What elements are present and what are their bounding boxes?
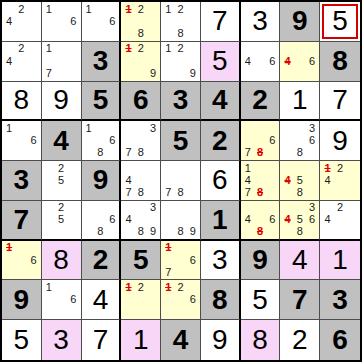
candidate-6: 6 — [306, 214, 318, 226]
cell-r6c1[interactable]: 7 — [2, 201, 42, 241]
candidate-grid: 458 — [281, 162, 318, 199]
candidate-grid: 16 — [43, 3, 80, 40]
cell-value: 6 — [332, 326, 348, 354]
cell-r6c2[interactable]: 25 — [42, 201, 82, 241]
cell-r3c1[interactable]: 8 — [2, 82, 42, 122]
candidate-grid: 128 — [162, 3, 199, 40]
cell-r2c9[interactable]: 8 — [320, 42, 360, 82]
candidate-6: 6 — [28, 254, 40, 266]
candidate-5: 5 — [55, 174, 67, 186]
candidate-grid: 678 — [242, 122, 279, 159]
cell-r2c1[interactable]: 24 — [2, 42, 42, 82]
cell-r3c4[interactable]: 6 — [121, 82, 161, 122]
cell-r8c5[interactable]: 126 — [161, 280, 201, 320]
candidate-grid: 16 — [83, 3, 119, 40]
cell-value: 3 — [173, 86, 189, 114]
cell-r4c6[interactable]: 2 — [201, 121, 241, 161]
cell-value: 6 — [212, 166, 228, 194]
candidate-6: 6 — [266, 135, 278, 147]
candidate-9: 9 — [187, 226, 199, 238]
candidate-6: 6 — [187, 254, 199, 266]
candidate-1: 1 — [43, 43, 55, 55]
cell-r5c4[interactable]: 478 — [121, 161, 161, 201]
candidate-7: 7 — [162, 187, 174, 199]
cell-r3c8[interactable]: 1 — [280, 82, 320, 122]
cell-r8c2[interactable]: 16 — [42, 280, 82, 320]
candidate-4: 4 — [281, 55, 293, 67]
candidate-1: 1 — [122, 281, 134, 293]
candidate-grid: 16 — [43, 281, 80, 318]
cell-value: 9 — [332, 127, 348, 155]
candidate-grid: 24 — [3, 3, 40, 40]
candidate-grid: 124 — [321, 162, 359, 199]
candidate-grid: 46 — [281, 43, 318, 80]
candidate-grid: 17 — [43, 43, 80, 80]
candidate-8: 8 — [94, 147, 106, 159]
candidate-6: 6 — [106, 15, 118, 27]
cell-r7c9[interactable]: 1 — [320, 241, 360, 281]
cell-value: 9 — [14, 286, 30, 314]
candidate-1: 1 — [242, 162, 254, 174]
candidate-4: 4 — [281, 214, 293, 226]
candidate-grid: 3489 — [122, 202, 159, 238]
cell-r1c6[interactable]: 7 — [201, 2, 241, 42]
cell-r6c7[interactable]: 468 — [241, 201, 281, 241]
cell-value: 8 — [252, 326, 268, 354]
candidate-6: 6 — [306, 135, 318, 147]
candidate-2: 2 — [174, 281, 186, 293]
cell-value: 4 — [173, 326, 189, 354]
cell-r9c1[interactable]: 5 — [2, 320, 42, 360]
candidate-7: 7 — [242, 147, 254, 159]
candidate-1: 1 — [162, 242, 174, 254]
cell-r6c3[interactable]: 68 — [82, 201, 122, 241]
cell-r1c8[interactable]: 9 — [280, 2, 320, 42]
cell-r4c9[interactable]: 9 — [320, 121, 360, 161]
cell-value: 3 — [14, 166, 30, 194]
cell-r8c6[interactable]: 8 — [201, 280, 241, 320]
cell-r2c2[interactable]: 17 — [42, 42, 82, 82]
cell-value: 3 — [212, 246, 228, 274]
cell-r5c8[interactable]: 458 — [280, 161, 320, 201]
cell-value: 4 — [292, 246, 308, 274]
candidate-3: 3 — [306, 122, 318, 134]
candidate-5: 5 — [294, 214, 306, 226]
candidate-6: 6 — [67, 294, 79, 306]
candidate-2: 2 — [174, 43, 186, 55]
candidate-grid: 129 — [162, 43, 199, 80]
candidate-4: 4 — [3, 55, 15, 67]
cell-value: 1 — [212, 206, 228, 234]
cell-r3c6[interactable]: 4 — [201, 82, 241, 122]
candidate-grid: 16 — [3, 242, 40, 279]
candidate-9: 9 — [147, 67, 159, 79]
candidate-6: 6 — [306, 55, 318, 67]
candidate-1: 1 — [162, 281, 174, 293]
cell-r7c1[interactable]: 16 — [2, 241, 42, 281]
candidate-grid: 89 — [162, 202, 199, 238]
cell-value: 7 — [292, 286, 308, 314]
candidate-5: 5 — [55, 214, 67, 226]
candidate-grid: 129 — [122, 43, 159, 80]
cell-r6c4[interactable]: 3489 — [121, 201, 161, 241]
candidate-7: 7 — [242, 187, 254, 199]
cell-r9c3[interactable]: 7 — [82, 320, 122, 360]
cell-r3c9[interactable]: 7 — [320, 82, 360, 122]
cell-r5c2[interactable]: 25 — [42, 161, 82, 201]
cell-r8c4[interactable]: 12 — [121, 280, 161, 320]
cell-r3c7[interactable]: 2 — [241, 82, 281, 122]
candidate-1: 1 — [122, 3, 134, 15]
cell-value: 8 — [14, 86, 30, 114]
cell-r5c5[interactable]: 78 — [161, 161, 201, 201]
candidate-2: 2 — [135, 43, 147, 55]
cell-r1c3[interactable]: 16 — [82, 2, 122, 42]
cell-r9c8[interactable]: 2 — [280, 320, 320, 360]
cell-r4c7[interactable]: 678 — [241, 121, 281, 161]
candidate-8: 8 — [174, 28, 186, 40]
candidate-grid: 25 — [43, 202, 80, 238]
candidate-1: 1 — [162, 43, 174, 55]
cell-value: 8 — [332, 47, 348, 75]
candidate-2: 2 — [135, 281, 147, 293]
cell-r2c4[interactable]: 129 — [121, 42, 161, 82]
cell-r2c6[interactable]: 5 — [201, 42, 241, 82]
candidate-1: 1 — [83, 122, 95, 134]
candidate-1: 1 — [122, 43, 134, 55]
cell-r7c7[interactable]: 9 — [241, 241, 281, 281]
candidate-6: 6 — [67, 15, 79, 27]
cell-r4c2[interactable]: 4 — [42, 121, 82, 161]
cell-r5c9[interactable]: 124 — [320, 161, 360, 201]
candidate-8: 8 — [174, 226, 186, 238]
cell-r1c2[interactable]: 16 — [42, 2, 82, 42]
candidate-8: 8 — [254, 226, 266, 238]
cell-r6c8[interactable]: 34568 — [280, 201, 320, 241]
candidate-6: 6 — [106, 135, 118, 147]
candidate-6: 6 — [266, 214, 278, 226]
cell-value: 1 — [133, 326, 149, 354]
candidate-3: 3 — [147, 122, 159, 134]
candidate-8: 8 — [294, 147, 306, 159]
cell-r1c1[interactable]: 24 — [2, 2, 42, 42]
cell-r8c8[interactable]: 7 — [280, 280, 320, 320]
cell-value: 9 — [93, 166, 109, 194]
candidate-4: 4 — [321, 174, 334, 186]
candidate-grid: 368 — [281, 122, 318, 159]
candidate-grid: 12 — [122, 281, 159, 318]
cell-r3c2[interactable]: 9 — [42, 82, 82, 122]
candidate-8: 8 — [135, 187, 147, 199]
candidate-4: 4 — [321, 214, 334, 226]
cell-value: 8 — [212, 286, 228, 314]
cell-value: 5 — [252, 286, 268, 314]
cell-r2c8[interactable]: 46 — [280, 42, 320, 82]
cell-r8c7[interactable]: 5 — [241, 280, 281, 320]
cell-value: 5 — [173, 127, 189, 155]
cell-r5c1[interactable]: 3 — [2, 161, 42, 201]
cell-value: 3 — [252, 7, 268, 35]
candidate-7: 7 — [122, 187, 134, 199]
candidate-8: 8 — [135, 226, 147, 238]
candidate-4: 4 — [242, 174, 254, 186]
cell-r6c6[interactable]: 1 — [201, 201, 241, 241]
cell-value: 3 — [332, 286, 348, 314]
cell-value: 2 — [292, 326, 308, 354]
cell-r1c7[interactable]: 3 — [241, 2, 281, 42]
candidate-grid: 468 — [242, 202, 279, 238]
candidate-grid: 24 — [3, 43, 40, 80]
candidate-9: 9 — [147, 226, 159, 238]
candidate-2: 2 — [135, 3, 147, 15]
cell-value: 9 — [252, 246, 268, 274]
candidate-6: 6 — [187, 294, 199, 306]
candidate-4: 4 — [242, 55, 254, 67]
candidate-grid: 24 — [321, 202, 359, 238]
cell-r4c1[interactable]: 16 — [2, 121, 42, 161]
cell-r7c6[interactable]: 3 — [201, 241, 241, 281]
sudoku-board: 2416161281287395241731291295464688956342… — [0, 0, 362, 362]
candidate-8: 8 — [294, 187, 306, 199]
cell-r5c7[interactable]: 1478 — [241, 161, 281, 201]
cell-r8c9[interactable]: 3 — [320, 280, 360, 320]
candidate-grid: 25 — [43, 162, 80, 199]
cell-r7c2[interactable]: 8 — [42, 241, 82, 281]
candidate-grid: 128 — [122, 3, 159, 40]
candidate-1: 1 — [321, 162, 334, 174]
cell-value: 2 — [93, 246, 109, 274]
cell-r1c9[interactable]: 5 — [320, 2, 360, 42]
cell-r1c5[interactable]: 128 — [161, 2, 201, 42]
cell-r4c3[interactable]: 168 — [82, 121, 122, 161]
cell-r5c6[interactable]: 6 — [201, 161, 241, 201]
cell-value: 7 — [332, 86, 348, 114]
candidate-1: 1 — [162, 3, 174, 15]
candidate-8: 8 — [94, 226, 106, 238]
cell-value: 4 — [53, 127, 69, 155]
cell-value: 2 — [252, 86, 268, 114]
candidate-6: 6 — [106, 214, 118, 226]
cell-value: 1 — [292, 86, 308, 114]
cell-r9c4[interactable]: 1 — [121, 320, 161, 360]
cell-r6c5[interactable]: 89 — [161, 201, 201, 241]
candidate-grid: 478 — [122, 162, 159, 199]
candidate-1: 1 — [43, 3, 55, 15]
candidate-grid: 126 — [162, 281, 199, 318]
cell-value: 3 — [93, 47, 109, 75]
candidate-grid: 78 — [162, 162, 199, 199]
cell-r4c4[interactable]: 378 — [121, 121, 161, 161]
candidate-8: 8 — [135, 28, 147, 40]
cell-value: 4 — [212, 86, 228, 114]
candidate-1: 1 — [83, 3, 95, 15]
cell-value: 1 — [332, 246, 348, 274]
candidate-4: 4 — [3, 15, 15, 27]
candidate-8: 8 — [135, 147, 147, 159]
cell-value: 5 — [93, 86, 109, 114]
candidate-7: 7 — [162, 266, 174, 278]
cell-r9c6[interactable]: 9 — [201, 320, 241, 360]
cell-value: 7 — [93, 326, 109, 354]
cell-r2c3[interactable]: 3 — [82, 42, 122, 82]
cell-r3c3[interactable]: 5 — [82, 82, 122, 122]
cell-r7c8[interactable]: 4 — [280, 241, 320, 281]
cell-value: 5 — [212, 47, 228, 75]
candidate-grid: 68 — [83, 202, 119, 238]
cell-value: 5 — [133, 246, 149, 274]
cell-r9c7[interactable]: 8 — [241, 320, 281, 360]
cell-value: 2 — [212, 127, 228, 155]
cell-value: 7 — [14, 206, 30, 234]
cell-r4c5[interactable]: 5 — [161, 121, 201, 161]
candidate-grid: 16 — [3, 122, 40, 159]
candidate-6: 6 — [266, 55, 278, 67]
candidate-5: 5 — [294, 174, 306, 186]
cell-r2c5[interactable]: 129 — [161, 42, 201, 82]
cell-value: 8 — [53, 246, 69, 274]
cell-r8c3[interactable]: 4 — [82, 280, 122, 320]
candidate-grid: 1478 — [242, 162, 279, 199]
candidate-grid: 34568 — [281, 202, 318, 238]
candidate-2: 2 — [15, 3, 27, 15]
candidate-7: 7 — [122, 147, 134, 159]
cell-r9c5[interactable]: 4 — [161, 320, 201, 360]
cell-r5c3[interactable]: 9 — [82, 161, 122, 201]
cell-value: 4 — [93, 286, 109, 314]
candidate-grid: 378 — [122, 122, 159, 159]
candidate-4: 4 — [242, 214, 254, 226]
candidate-2: 2 — [334, 162, 347, 174]
cell-r8c1[interactable]: 9 — [2, 280, 42, 320]
cell-r3c5[interactable]: 3 — [161, 82, 201, 122]
candidate-3: 3 — [147, 202, 159, 214]
cell-r1c4[interactable]: 128 — [121, 2, 161, 42]
candidate-grid: 167 — [162, 242, 199, 279]
cell-value: 9 — [292, 7, 308, 35]
candidate-8: 8 — [254, 147, 266, 159]
candidate-1: 1 — [3, 122, 15, 134]
cell-r7c3[interactable]: 2 — [82, 241, 122, 281]
candidate-8: 8 — [174, 187, 186, 199]
candidate-4: 4 — [122, 174, 134, 186]
cell-r2c7[interactable]: 46 — [241, 42, 281, 82]
cell-r7c5[interactable]: 167 — [161, 241, 201, 281]
candidate-6: 6 — [28, 135, 40, 147]
candidate-4: 4 — [281, 174, 293, 186]
candidate-2: 2 — [174, 3, 186, 15]
cell-r4c8[interactable]: 368 — [280, 121, 320, 161]
candidate-3: 3 — [306, 202, 318, 214]
cell-value: 9 — [53, 86, 69, 114]
cell-value: 5 — [332, 7, 348, 35]
cell-value: 7 — [212, 7, 228, 35]
candidate-8: 8 — [294, 226, 306, 238]
candidate-2: 2 — [334, 202, 347, 214]
cell-r9c9[interactable]: 6 — [320, 320, 360, 360]
cell-value: 3 — [53, 326, 69, 354]
candidate-7: 7 — [43, 67, 55, 79]
candidate-2: 2 — [15, 43, 27, 55]
candidate-grid: 168 — [83, 122, 119, 159]
cell-r9c2[interactable]: 3 — [42, 320, 82, 360]
candidate-grid: 46 — [242, 43, 279, 80]
candidate-9: 9 — [187, 67, 199, 79]
candidate-4: 4 — [122, 214, 134, 226]
candidate-1: 1 — [43, 281, 55, 293]
cell-r7c4[interactable]: 5 — [121, 241, 161, 281]
cell-value: 9 — [212, 326, 228, 354]
cell-value: 5 — [14, 326, 30, 354]
candidate-8: 8 — [254, 187, 266, 199]
cell-r6c9[interactable]: 24 — [320, 201, 360, 241]
cell-value: 6 — [133, 86, 149, 114]
candidate-2: 2 — [55, 162, 67, 174]
candidate-2: 2 — [55, 202, 67, 214]
candidate-1: 1 — [3, 242, 15, 254]
